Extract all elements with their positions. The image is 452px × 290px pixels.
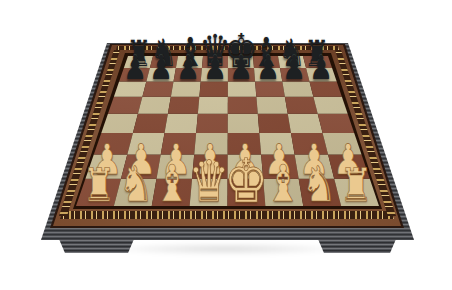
black-pawn: ♟ [123, 51, 147, 84]
black-pawn: ♟ [229, 51, 253, 84]
white-knight: ♞ [302, 160, 337, 209]
white-king: ♚ [224, 150, 268, 211]
black-pawn: ♟ [256, 51, 280, 84]
black-pawn: ♟ [283, 51, 307, 84]
black-pawn: ♟ [309, 51, 333, 84]
white-rook: ♜ [340, 162, 373, 208]
chess-pieces: ♜♞♝♛♚♝♞♜♟♟♟♟♟♟♟♟♟♟♟♟♟♟♟♟♜♞♝♛♚♝♞♜ [0, 0, 452, 290]
white-bishop: ♝ [264, 158, 301, 209]
chess-set-photo: ♜♞♝♛♚♝♞♜♟♟♟♟♟♟♟♟♟♟♟♟♟♟♟♟♜♞♝♛♚♝♞♜ [0, 0, 452, 290]
black-pawn: ♟ [176, 51, 200, 84]
white-rook: ♜ [83, 162, 116, 208]
white-bishop: ♝ [154, 158, 191, 209]
black-pawn: ♟ [150, 51, 174, 84]
black-pawn: ♟ [203, 51, 227, 84]
white-knight: ♞ [118, 160, 153, 209]
